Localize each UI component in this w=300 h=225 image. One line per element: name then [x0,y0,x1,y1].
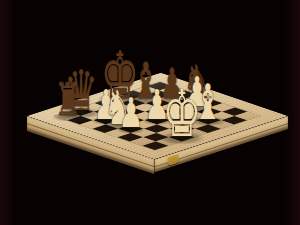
piece-light-pawn: ♟ [113,93,150,134]
piece-light-king: ♚ [153,82,210,146]
pieces-layer: ♜♛♚♝♟♞♟♞♟♟♚♟♝ [0,0,300,225]
dark-rook-glyph: ♜ [54,78,81,122]
piece-dark-rook: ♜ [48,78,87,122]
product-photo-backdrop: ♜♛♚♝♟♞♟♞♟♟♚♟♝ [0,0,300,225]
light-king-glyph: ♚ [162,82,201,146]
light-pawn-glyph: ♟ [118,93,143,134]
